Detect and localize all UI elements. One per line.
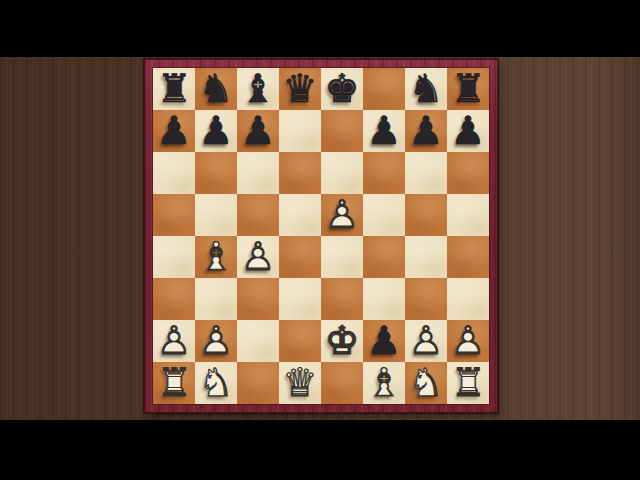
white-queen-d1: ♛♕ (279, 362, 321, 404)
square-b8[interactable]: ♞ (195, 68, 237, 110)
black-pawn-f7: ♟ (363, 110, 405, 152)
black-queen-d8: ♛ (279, 68, 321, 110)
black-rook-h8: ♜ (447, 68, 489, 110)
square-d6[interactable] (279, 152, 321, 194)
square-e3[interactable] (321, 278, 363, 320)
piece-glyph: ♛ (279, 67, 321, 109)
black-pawn-g7: ♟ (405, 110, 447, 152)
black-pawn-c7: ♟ (237, 110, 279, 152)
square-e5[interactable]: ♟♙ (321, 194, 363, 236)
black-rook-a8: ♜ (153, 68, 195, 110)
black-bishop-c8: ♝ (237, 68, 279, 110)
piece-glyph: ♚ (321, 67, 363, 109)
square-g7[interactable]: ♟ (405, 110, 447, 152)
square-h7[interactable]: ♟ (447, 110, 489, 152)
black-pawn-f2: ♟ (363, 320, 405, 362)
piece-outline-glyph: ♖ (153, 361, 195, 403)
piece-glyph: ♞ (195, 67, 237, 109)
white-pawn-a2: ♟♙ (153, 320, 195, 362)
piece-outline-glyph: ♙ (153, 319, 195, 361)
piece-outline-glyph: ♕ (279, 361, 321, 403)
square-c1[interactable] (237, 362, 279, 404)
square-a4[interactable] (153, 236, 195, 278)
square-c7[interactable]: ♟ (237, 110, 279, 152)
piece-outline-glyph: ♙ (195, 319, 237, 361)
board-frame: ♜♞♝♛♚♞♜♟♟♟♟♟♟♟♙♝♗♟♙♟♙♟♙♚♔♟♟♙♟♙♜♖♞♘♛♕♝♗♞♘… (144, 59, 498, 413)
square-h2[interactable]: ♟♙ (447, 320, 489, 362)
square-a8[interactable]: ♜ (153, 68, 195, 110)
square-f5[interactable] (363, 194, 405, 236)
white-bishop-f1: ♝♗ (363, 362, 405, 404)
black-king-e8: ♚ (321, 68, 363, 110)
square-c2[interactable] (237, 320, 279, 362)
piece-outline-glyph: ♙ (321, 193, 363, 235)
black-knight-g8: ♞ (405, 68, 447, 110)
piece-outline-glyph: ♘ (405, 361, 447, 403)
square-f3[interactable] (363, 278, 405, 320)
white-pawn-b2: ♟♙ (195, 320, 237, 362)
white-knight-g1: ♞♘ (405, 362, 447, 404)
square-h5[interactable] (447, 194, 489, 236)
piece-glyph: ♟ (195, 109, 237, 151)
letterbox-bar-top (0, 0, 640, 57)
square-b1[interactable]: ♞♘ (195, 362, 237, 404)
square-h6[interactable] (447, 152, 489, 194)
white-king-e2: ♚♔ (321, 320, 363, 362)
piece-glyph: ♟ (363, 319, 405, 361)
board: ♜♞♝♛♚♞♜♟♟♟♟♟♟♟♙♝♗♟♙♟♙♟♙♚♔♟♟♙♟♙♜♖♞♘♛♕♝♗♞♘… (153, 68, 489, 404)
white-rook-h1: ♜♖ (447, 362, 489, 404)
square-h4[interactable] (447, 236, 489, 278)
square-f7[interactable]: ♟ (363, 110, 405, 152)
black-pawn-b7: ♟ (195, 110, 237, 152)
piece-glyph: ♟ (447, 109, 489, 151)
piece-glyph: ♟ (363, 109, 405, 151)
piece-outline-glyph: ♗ (363, 361, 405, 403)
white-pawn-c4: ♟♙ (237, 236, 279, 278)
square-f6[interactable] (363, 152, 405, 194)
square-b4[interactable]: ♝♗ (195, 236, 237, 278)
square-e7[interactable] (321, 110, 363, 152)
white-rook-a1: ♜♖ (153, 362, 195, 404)
black-pawn-h7: ♟ (447, 110, 489, 152)
square-a3[interactable] (153, 278, 195, 320)
square-g8[interactable]: ♞ (405, 68, 447, 110)
piece-outline-glyph: ♔ (321, 319, 363, 361)
square-g2[interactable]: ♟♙ (405, 320, 447, 362)
square-c3[interactable] (237, 278, 279, 320)
square-b2[interactable]: ♟♙ (195, 320, 237, 362)
piece-glyph: ♜ (447, 67, 489, 109)
square-b3[interactable] (195, 278, 237, 320)
square-b7[interactable]: ♟ (195, 110, 237, 152)
square-e6[interactable] (321, 152, 363, 194)
square-b5[interactable] (195, 194, 237, 236)
square-e2[interactable]: ♚♔ (321, 320, 363, 362)
piece-outline-glyph: ♙ (405, 319, 447, 361)
square-c5[interactable] (237, 194, 279, 236)
piece-outline-glyph: ♖ (447, 361, 489, 403)
square-g1[interactable]: ♞♘ (405, 362, 447, 404)
piece-glyph: ♞ (405, 67, 447, 109)
square-d3[interactable] (279, 278, 321, 320)
square-d5[interactable] (279, 194, 321, 236)
white-pawn-h2: ♟♙ (447, 320, 489, 362)
piece-glyph: ♟ (405, 109, 447, 151)
square-d4[interactable] (279, 236, 321, 278)
white-knight-b1: ♞♘ (195, 362, 237, 404)
square-g4[interactable] (405, 236, 447, 278)
piece-glyph: ♜ (153, 67, 195, 109)
square-a2[interactable]: ♟♙ (153, 320, 195, 362)
piece-glyph: ♟ (237, 109, 279, 151)
square-d2[interactable] (279, 320, 321, 362)
square-c8[interactable]: ♝ (237, 68, 279, 110)
square-d7[interactable] (279, 110, 321, 152)
white-bishop-b4: ♝♗ (195, 236, 237, 278)
square-a7[interactable]: ♟ (153, 110, 195, 152)
piece-glyph: ♟ (153, 109, 195, 151)
piece-outline-glyph: ♙ (447, 319, 489, 361)
square-d8[interactable]: ♛ (279, 68, 321, 110)
square-a1[interactable]: ♜♖ (153, 362, 195, 404)
square-e8[interactable]: ♚ (321, 68, 363, 110)
square-g6[interactable] (405, 152, 447, 194)
square-b6[interactable] (195, 152, 237, 194)
black-knight-b8: ♞ (195, 68, 237, 110)
square-h8[interactable]: ♜ (447, 68, 489, 110)
white-pawn-g2: ♟♙ (405, 320, 447, 362)
black-pawn-a7: ♟ (153, 110, 195, 152)
square-c6[interactable] (237, 152, 279, 194)
square-e1[interactable] (321, 362, 363, 404)
square-f8[interactable] (363, 68, 405, 110)
piece-outline-glyph: ♗ (195, 235, 237, 277)
square-c4[interactable]: ♟♙ (237, 236, 279, 278)
square-g5[interactable] (405, 194, 447, 236)
square-e4[interactable] (321, 236, 363, 278)
square-f2[interactable]: ♟ (363, 320, 405, 362)
square-f4[interactable] (363, 236, 405, 278)
square-h1[interactable]: ♜♖ (447, 362, 489, 404)
piece-glyph: ♝ (237, 67, 279, 109)
square-a5[interactable] (153, 194, 195, 236)
wood-background: ♜♞♝♛♚♞♜♟♟♟♟♟♟♟♙♝♗♟♙♟♙♟♙♚♔♟♟♙♟♙♜♖♞♘♛♕♝♗♞♘… (0, 57, 640, 420)
square-d1[interactable]: ♛♕ (279, 362, 321, 404)
square-g3[interactable] (405, 278, 447, 320)
square-f1[interactable]: ♝♗ (363, 362, 405, 404)
square-a6[interactable] (153, 152, 195, 194)
white-pawn-e5: ♟♙ (321, 194, 363, 236)
piece-outline-glyph: ♘ (195, 361, 237, 403)
letterbox-bar-bottom (0, 420, 640, 480)
piece-outline-glyph: ♙ (237, 235, 279, 277)
square-h3[interactable] (447, 278, 489, 320)
